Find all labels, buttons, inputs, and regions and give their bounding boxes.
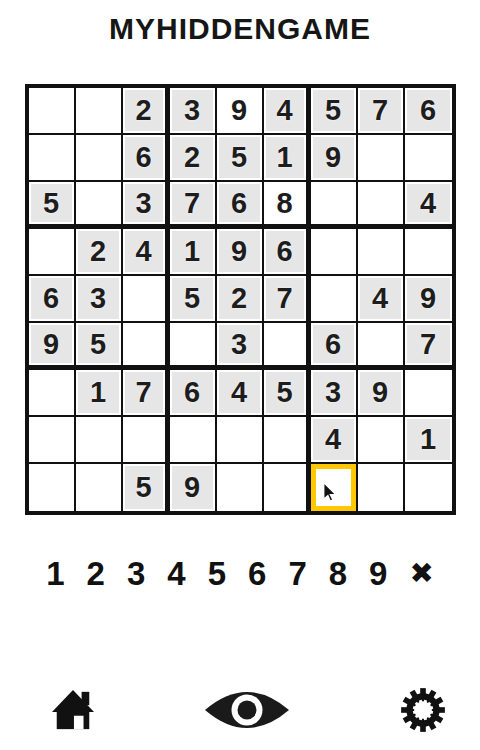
sudoku-cell-r5c7[interactable]	[311, 276, 358, 323]
sudoku-board: 2394576625195376842419663527499536717645…	[25, 84, 456, 515]
sudoku-cell-r1c8[interactable]: 7	[358, 88, 405, 135]
sudoku-cell-r7c7[interactable]: 3	[311, 370, 358, 417]
sudoku-cell-r8c8[interactable]	[358, 417, 405, 464]
sudoku-cell-r7c3[interactable]: 7	[123, 370, 170, 417]
sudoku-cell-r8c1[interactable]	[29, 417, 76, 464]
sudoku-cell-r7c8[interactable]: 9	[358, 370, 405, 417]
sudoku-cell-r2c9[interactable]	[405, 135, 452, 182]
sudoku-cell-r3c8[interactable]	[358, 182, 405, 229]
sudoku-cell-r4c8[interactable]	[358, 229, 405, 276]
sudoku-cell-r5c4[interactable]: 5	[170, 276, 217, 323]
sudoku-cell-r4c4[interactable]: 1	[170, 229, 217, 276]
sudoku-cell-r9c4[interactable]: 9	[170, 464, 217, 511]
sudoku-cell-r4c5[interactable]: 9	[217, 229, 264, 276]
sudoku-cell-r4c6[interactable]: 6	[264, 229, 311, 276]
sudoku-cell-r6c5[interactable]: 3	[217, 323, 264, 370]
sudoku-cell-r2c2[interactable]	[76, 135, 123, 182]
home-icon	[50, 688, 96, 732]
reveal-button[interactable]	[203, 684, 291, 736]
sudoku-cell-r5c2[interactable]: 3	[76, 276, 123, 323]
sudoku-cell-r6c2[interactable]: 5	[76, 323, 123, 370]
sudoku-cell-r4c3[interactable]: 4	[123, 229, 170, 276]
sudoku-cell-r2c8[interactable]	[358, 135, 405, 182]
sudoku-cell-r3c9[interactable]: 4	[405, 182, 452, 229]
numpad-key-9[interactable]: 9	[369, 557, 387, 590]
numpad-key-3[interactable]: 3	[127, 557, 145, 590]
sudoku-cell-r4c7[interactable]	[311, 229, 358, 276]
eye-icon	[203, 684, 291, 736]
sudoku-cell-r7c6[interactable]: 5	[264, 370, 311, 417]
sudoku-cell-r6c4[interactable]	[170, 323, 217, 370]
sudoku-cell-r5c1[interactable]: 6	[29, 276, 76, 323]
sudoku-cell-r8c2[interactable]	[76, 417, 123, 464]
sudoku-cell-r9c1[interactable]	[29, 464, 76, 511]
sudoku-cell-r9c7[interactable]	[311, 464, 358, 511]
sudoku-cell-r9c5[interactable]	[217, 464, 264, 511]
sudoku-cell-r8c6[interactable]	[264, 417, 311, 464]
sudoku-cell-r1c6[interactable]: 4	[264, 88, 311, 135]
numpad-key-6[interactable]: 6	[248, 557, 266, 590]
sudoku-cell-r9c6[interactable]	[264, 464, 311, 511]
sudoku-cell-r4c9[interactable]	[405, 229, 452, 276]
number-pad: 123456789✖	[0, 551, 480, 595]
sudoku-cell-r7c5[interactable]: 4	[217, 370, 264, 417]
sudoku-cell-r2c3[interactable]: 6	[123, 135, 170, 182]
sudoku-cell-r6c1[interactable]: 9	[29, 323, 76, 370]
sudoku-cell-r1c4[interactable]: 3	[170, 88, 217, 135]
sudoku-cell-r9c3[interactable]: 5	[123, 464, 170, 511]
sudoku-cell-r6c6[interactable]	[264, 323, 311, 370]
sudoku-cell-r8c3[interactable]	[123, 417, 170, 464]
sudoku-cell-r2c5[interactable]: 5	[217, 135, 264, 182]
sudoku-cell-r7c1[interactable]	[29, 370, 76, 417]
page-title: MYHIDDENGAME	[0, 12, 480, 46]
sudoku-cell-r5c9[interactable]: 9	[405, 276, 452, 323]
sudoku-cell-r5c5[interactable]: 2	[217, 276, 264, 323]
sudoku-cell-r5c8[interactable]: 4	[358, 276, 405, 323]
sudoku-cell-r3c7[interactable]	[311, 182, 358, 229]
sudoku-cell-r8c5[interactable]	[217, 417, 264, 464]
sudoku-cell-r5c3[interactable]	[123, 276, 170, 323]
sudoku-cell-r4c2[interactable]: 2	[76, 229, 123, 276]
sudoku-cell-r8c4[interactable]	[170, 417, 217, 464]
numpad-key-4[interactable]: 4	[167, 557, 185, 590]
sudoku-cell-r6c8[interactable]	[358, 323, 405, 370]
sudoku-cell-r3c2[interactable]	[76, 182, 123, 229]
gear-icon	[398, 685, 448, 735]
numpad-key-1[interactable]: 1	[46, 557, 64, 590]
mouse-cursor-icon	[318, 480, 341, 504]
sudoku-cell-r3c4[interactable]: 7	[170, 182, 217, 229]
sudoku-cell-r3c1[interactable]: 5	[29, 182, 76, 229]
numpad-key-5[interactable]: 5	[208, 557, 226, 590]
numpad-erase-key[interactable]: ✖	[409, 559, 433, 588]
sudoku-cell-r6c7[interactable]: 6	[311, 323, 358, 370]
sudoku-cell-r5c6[interactable]: 7	[264, 276, 311, 323]
sudoku-cell-r3c5[interactable]: 6	[217, 182, 264, 229]
sudoku-cell-r3c6[interactable]: 8	[264, 182, 311, 229]
sudoku-cell-r1c5[interactable]: 9	[217, 88, 264, 135]
sudoku-cell-r2c7[interactable]: 9	[311, 135, 358, 182]
sudoku-cell-r3c3[interactable]: 3	[123, 182, 170, 229]
sudoku-cell-r1c3[interactable]: 2	[123, 88, 170, 135]
sudoku-cell-r6c3[interactable]	[123, 323, 170, 370]
sudoku-cell-r2c1[interactable]	[29, 135, 76, 182]
sudoku-cell-r6c9[interactable]: 7	[405, 323, 452, 370]
sudoku-cell-r9c8[interactable]	[358, 464, 405, 511]
sudoku-cell-r9c9[interactable]	[405, 464, 452, 511]
sudoku-cell-r7c4[interactable]: 6	[170, 370, 217, 417]
sudoku-cell-r8c7[interactable]: 4	[311, 417, 358, 464]
sudoku-cell-r9c2[interactable]	[76, 464, 123, 511]
bottom-toolbar	[0, 683, 480, 737]
sudoku-cell-r1c1[interactable]	[29, 88, 76, 135]
sudoku-cell-r2c4[interactable]: 2	[170, 135, 217, 182]
sudoku-cell-r2c6[interactable]: 1	[264, 135, 311, 182]
sudoku-cell-r7c9[interactable]	[405, 370, 452, 417]
sudoku-cell-r1c2[interactable]	[76, 88, 123, 135]
settings-button[interactable]	[398, 685, 448, 735]
home-button[interactable]	[50, 688, 96, 732]
sudoku-cell-r7c2[interactable]: 1	[76, 370, 123, 417]
numpad-key-2[interactable]: 2	[87, 557, 105, 590]
sudoku-cell-r4c1[interactable]	[29, 229, 76, 276]
numpad-key-8[interactable]: 8	[329, 557, 347, 590]
numpad-key-7[interactable]: 7	[288, 557, 306, 590]
sudoku-cell-r1c7[interactable]: 5	[311, 88, 358, 135]
sudoku-cell-r8c9[interactable]: 1	[405, 417, 452, 464]
sudoku-cell-r1c9[interactable]: 6	[405, 88, 452, 135]
